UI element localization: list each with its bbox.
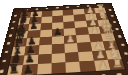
- board-squares: ♜♟♟♜♞♟♟♞♝♟♟♝♚♟♟♚♛♟♟♛♝♟♟♝♞♟♟♞♜♟♟♜: [6, 7, 127, 75]
- frame-emblem: [56, 7, 59, 9]
- square-a5: [51, 62, 66, 73]
- square-a4: [65, 61, 80, 72]
- chess-set-photo: ♜♟♟♜♞♟♟♞♝♟♟♝♚♟♟♚♛♟♟♛♝♟♟♝♞♟♟♞♜♟♟♜: [0, 0, 128, 75]
- piece-black-pawn-a7: ♟: [16, 63, 41, 75]
- frame-emblem: [46, 8, 49, 10]
- piece-white-pawn-d4: ♟: [60, 33, 82, 44]
- frame-emblem: [76, 6, 79, 8]
- frame-emblem: [116, 73, 121, 75]
- square-a7: ♟: [22, 64, 38, 75]
- frame-emblem: [101, 74, 106, 75]
- chess-board: ♜♟♟♜♞♟♟♞♝♟♟♝♚♟♟♚♛♟♟♛♝♟♟♝♞♟♟♞♜♟♟♜: [0, 3, 128, 75]
- frame-emblem: [66, 6, 69, 8]
- piece-white-pawn-a2: ♟: [90, 58, 115, 71]
- square-d4: ♟: [64, 35, 77, 44]
- square-a2: ♟: [93, 60, 110, 71]
